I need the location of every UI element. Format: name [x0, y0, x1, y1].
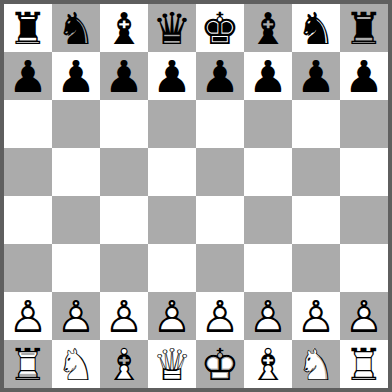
square-b5[interactable] [52, 148, 100, 196]
square-g4[interactable] [292, 196, 340, 244]
square-f8[interactable]: ♝ [244, 4, 292, 52]
white-king-piece[interactable]: ♚♔ [196, 340, 244, 388]
square-a1[interactable]: ♜♖ [4, 340, 52, 388]
black-rook-piece[interactable]: ♜ [340, 4, 388, 52]
white-bishop-outline-glyph: ♗ [100, 340, 148, 388]
black-pawn-piece[interactable]: ♟ [340, 52, 388, 100]
square-b1[interactable]: ♞♘ [52, 340, 100, 388]
black-pawn-piece[interactable]: ♟ [244, 52, 292, 100]
square-h8[interactable]: ♜ [340, 4, 388, 52]
square-e8[interactable]: ♚ [196, 4, 244, 52]
square-h5[interactable] [340, 148, 388, 196]
square-e5[interactable] [196, 148, 244, 196]
square-f5[interactable] [244, 148, 292, 196]
black-bishop-glyph: ♝ [100, 4, 148, 52]
white-bishop-outline-glyph: ♗ [244, 340, 292, 388]
black-rook-glyph: ♜ [4, 4, 52, 52]
black-pawn-piece[interactable]: ♟ [4, 52, 52, 100]
square-b2[interactable]: ♟♙ [52, 292, 100, 340]
square-d7[interactable]: ♟ [148, 52, 196, 100]
white-knight-piece[interactable]: ♞♘ [52, 340, 100, 388]
white-pawn-piece[interactable]: ♟♙ [148, 292, 196, 340]
black-king-piece[interactable]: ♚ [196, 4, 244, 52]
black-pawn-glyph: ♟ [4, 52, 52, 100]
square-d3[interactable] [148, 244, 196, 292]
black-rook-piece[interactable]: ♜ [4, 4, 52, 52]
square-a6[interactable] [4, 100, 52, 148]
black-pawn-piece[interactable]: ♟ [148, 52, 196, 100]
white-pawn-piece[interactable]: ♟♙ [4, 292, 52, 340]
black-knight-glyph: ♞ [52, 4, 100, 52]
white-queen-piece[interactable]: ♛♕ [148, 340, 196, 388]
white-queen-outline-glyph: ♕ [148, 340, 196, 388]
square-f4[interactable] [244, 196, 292, 244]
square-a5[interactable] [4, 148, 52, 196]
white-pawn-outline-glyph: ♙ [196, 292, 244, 340]
square-b4[interactable] [52, 196, 100, 244]
white-pawn-piece[interactable]: ♟♙ [196, 292, 244, 340]
square-d2[interactable]: ♟♙ [148, 292, 196, 340]
square-h4[interactable] [340, 196, 388, 244]
white-pawn-outline-glyph: ♙ [100, 292, 148, 340]
white-pawn-piece[interactable]: ♟♙ [100, 292, 148, 340]
chess-board-frame: ♜♞♝♛♚♝♞♜♟♟♟♟♟♟♟♟♟♙♟♙♟♙♟♙♟♙♟♙♟♙♟♙♜♖♞♘♝♗♛♕… [0, 0, 392, 392]
white-bishop-piece[interactable]: ♝♗ [244, 340, 292, 388]
square-c7[interactable]: ♟ [100, 52, 148, 100]
square-f1[interactable]: ♝♗ [244, 340, 292, 388]
square-a3[interactable] [4, 244, 52, 292]
square-h7[interactable]: ♟ [340, 52, 388, 100]
black-knight-piece[interactable]: ♞ [52, 4, 100, 52]
white-pawn-outline-glyph: ♙ [340, 292, 388, 340]
black-pawn-glyph: ♟ [148, 52, 196, 100]
square-g6[interactable] [292, 100, 340, 148]
white-knight-outline-glyph: ♘ [52, 340, 100, 388]
square-a4[interactable] [4, 196, 52, 244]
white-pawn-piece[interactable]: ♟♙ [292, 292, 340, 340]
square-h1[interactable]: ♜♖ [340, 340, 388, 388]
black-rook-glyph: ♜ [340, 4, 388, 52]
black-pawn-glyph: ♟ [196, 52, 244, 100]
square-f6[interactable] [244, 100, 292, 148]
square-e1[interactable]: ♚♔ [196, 340, 244, 388]
square-b3[interactable] [52, 244, 100, 292]
black-queen-piece[interactable]: ♛ [148, 4, 196, 52]
white-pawn-piece[interactable]: ♟♙ [244, 292, 292, 340]
square-c2[interactable]: ♟♙ [100, 292, 148, 340]
square-a8[interactable]: ♜ [4, 4, 52, 52]
square-a7[interactable]: ♟ [4, 52, 52, 100]
white-king-outline-glyph: ♔ [196, 340, 244, 388]
square-f7[interactable]: ♟ [244, 52, 292, 100]
white-bishop-piece[interactable]: ♝♗ [100, 340, 148, 388]
square-d4[interactable] [148, 196, 196, 244]
black-pawn-piece[interactable]: ♟ [100, 52, 148, 100]
square-h2[interactable]: ♟♙ [340, 292, 388, 340]
square-d8[interactable]: ♛ [148, 4, 196, 52]
square-g2[interactable]: ♟♙ [292, 292, 340, 340]
white-knight-outline-glyph: ♘ [292, 340, 340, 388]
black-pawn-glyph: ♟ [52, 52, 100, 100]
black-pawn-piece[interactable]: ♟ [52, 52, 100, 100]
square-c3[interactable] [100, 244, 148, 292]
black-pawn-glyph: ♟ [100, 52, 148, 100]
square-a2[interactable]: ♟♙ [4, 292, 52, 340]
black-pawn-glyph: ♟ [244, 52, 292, 100]
black-bishop-piece[interactable]: ♝ [244, 4, 292, 52]
square-c6[interactable] [100, 100, 148, 148]
square-f3[interactable] [244, 244, 292, 292]
square-b7[interactable]: ♟ [52, 52, 100, 100]
black-knight-piece[interactable]: ♞ [292, 4, 340, 52]
black-bishop-piece[interactable]: ♝ [100, 4, 148, 52]
white-rook-piece[interactable]: ♜♖ [4, 340, 52, 388]
square-d1[interactable]: ♛♕ [148, 340, 196, 388]
square-b6[interactable] [52, 100, 100, 148]
square-h6[interactable] [340, 100, 388, 148]
white-knight-piece[interactable]: ♞♘ [292, 340, 340, 388]
square-g3[interactable] [292, 244, 340, 292]
square-c5[interactable] [100, 148, 148, 196]
white-rook-piece[interactable]: ♜♖ [340, 340, 388, 388]
square-h3[interactable] [340, 244, 388, 292]
black-pawn-glyph: ♟ [340, 52, 388, 100]
square-g8[interactable]: ♞ [292, 4, 340, 52]
white-pawn-piece[interactable]: ♟♙ [52, 292, 100, 340]
square-e6[interactable] [196, 100, 244, 148]
white-rook-outline-glyph: ♖ [340, 340, 388, 388]
black-queen-glyph: ♛ [148, 4, 196, 52]
chess-board: ♜♞♝♛♚♝♞♜♟♟♟♟♟♟♟♟♟♙♟♙♟♙♟♙♟♙♟♙♟♙♟♙♜♖♞♘♝♗♛♕… [4, 4, 388, 388]
black-knight-glyph: ♞ [292, 4, 340, 52]
square-b8[interactable]: ♞ [52, 4, 100, 52]
white-pawn-outline-glyph: ♙ [148, 292, 196, 340]
square-e3[interactable] [196, 244, 244, 292]
white-pawn-piece[interactable]: ♟♙ [340, 292, 388, 340]
black-pawn-piece[interactable]: ♟ [292, 52, 340, 100]
square-c1[interactable]: ♝♗ [100, 340, 148, 388]
square-g1[interactable]: ♞♘ [292, 340, 340, 388]
white-pawn-outline-glyph: ♙ [244, 292, 292, 340]
black-bishop-glyph: ♝ [244, 4, 292, 52]
black-king-glyph: ♚ [196, 4, 244, 52]
white-rook-outline-glyph: ♖ [4, 340, 52, 388]
square-d6[interactable] [148, 100, 196, 148]
black-pawn-piece[interactable]: ♟ [196, 52, 244, 100]
white-pawn-outline-glyph: ♙ [52, 292, 100, 340]
square-g5[interactable] [292, 148, 340, 196]
white-pawn-outline-glyph: ♙ [292, 292, 340, 340]
square-f2[interactable]: ♟♙ [244, 292, 292, 340]
square-g7[interactable]: ♟ [292, 52, 340, 100]
black-pawn-glyph: ♟ [292, 52, 340, 100]
square-d5[interactable] [148, 148, 196, 196]
square-c8[interactable]: ♝ [100, 4, 148, 52]
square-e4[interactable] [196, 196, 244, 244]
square-e7[interactable]: ♟ [196, 52, 244, 100]
white-pawn-outline-glyph: ♙ [4, 292, 52, 340]
square-e2[interactable]: ♟♙ [196, 292, 244, 340]
square-c4[interactable] [100, 196, 148, 244]
